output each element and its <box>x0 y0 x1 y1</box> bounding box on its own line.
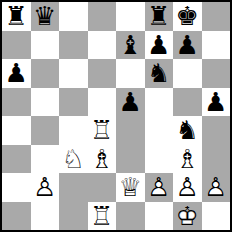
square-d5[interactable] <box>88 88 117 117</box>
square-e7[interactable]: ♝ <box>116 31 145 60</box>
black-pawn-piece: ♟ <box>145 31 174 60</box>
square-b6[interactable] <box>31 59 60 88</box>
square-e6[interactable] <box>116 59 145 88</box>
square-a6[interactable]: ♟ <box>2 59 31 88</box>
square-h8[interactable] <box>202 2 231 31</box>
square-e2[interactable]: ♛♕ <box>116 173 145 202</box>
square-e3[interactable] <box>116 145 145 174</box>
white-pawn-piece: ♟♙ <box>173 173 202 202</box>
black-pawn-piece: ♟ <box>202 88 231 117</box>
square-b7[interactable] <box>31 31 60 60</box>
square-e4[interactable] <box>116 116 145 145</box>
black-pawn-piece: ♟ <box>2 59 31 88</box>
square-b2[interactable]: ♟♙ <box>31 173 60 202</box>
black-queen-piece: ♛ <box>31 2 60 31</box>
black-pawn-piece: ♟ <box>116 88 145 117</box>
square-c4[interactable] <box>59 116 88 145</box>
square-f4[interactable] <box>145 116 174 145</box>
square-f1[interactable] <box>145 202 174 231</box>
square-g5[interactable] <box>173 88 202 117</box>
black-knight-piece: ♞ <box>173 116 202 145</box>
square-g4[interactable]: ♞ <box>173 116 202 145</box>
white-king-piece: ♚♔ <box>173 202 202 231</box>
square-f6[interactable]: ♞ <box>145 59 174 88</box>
square-b3[interactable] <box>31 145 60 174</box>
square-h7[interactable] <box>202 31 231 60</box>
white-bishop-piece: ♝♗ <box>173 145 202 174</box>
square-a2[interactable] <box>2 173 31 202</box>
square-b4[interactable] <box>31 116 60 145</box>
square-h5[interactable]: ♟ <box>202 88 231 117</box>
square-h2[interactable]: ♟♙ <box>202 173 231 202</box>
square-d4[interactable]: ♜♖ <box>88 116 117 145</box>
square-h4[interactable] <box>202 116 231 145</box>
black-rook-piece: ♜ <box>145 2 174 31</box>
square-a7[interactable] <box>2 31 31 60</box>
black-bishop-piece: ♝ <box>116 31 145 60</box>
square-f5[interactable] <box>145 88 174 117</box>
square-d7[interactable] <box>88 31 117 60</box>
square-g2[interactable]: ♟♙ <box>173 173 202 202</box>
white-rook-piece: ♜♖ <box>88 116 117 145</box>
square-b8[interactable]: ♛ <box>31 2 60 31</box>
black-rook-piece: ♜ <box>2 2 31 31</box>
square-d6[interactable] <box>88 59 117 88</box>
square-f8[interactable]: ♜ <box>145 2 174 31</box>
square-h3[interactable] <box>202 145 231 174</box>
square-c5[interactable] <box>59 88 88 117</box>
square-d8[interactable] <box>88 2 117 31</box>
square-a1[interactable] <box>2 202 31 231</box>
square-e8[interactable] <box>116 2 145 31</box>
white-pawn-piece: ♟♙ <box>31 173 60 202</box>
white-queen-piece: ♛♕ <box>116 173 145 202</box>
square-a4[interactable] <box>2 116 31 145</box>
square-a8[interactable]: ♜ <box>2 2 31 31</box>
black-king-piece: ♚ <box>173 2 202 31</box>
square-f3[interactable] <box>145 145 174 174</box>
square-f2[interactable]: ♟♙ <box>145 173 174 202</box>
square-e1[interactable] <box>116 202 145 231</box>
square-c8[interactable] <box>59 2 88 31</box>
black-knight-piece: ♞ <box>145 59 174 88</box>
square-e5[interactable]: ♟ <box>116 88 145 117</box>
square-d1[interactable]: ♜♖ <box>88 202 117 231</box>
square-c7[interactable] <box>59 31 88 60</box>
square-c3[interactable]: ♞♘ <box>59 145 88 174</box>
chessboard: ♜♛♜♚♝♟♟♟♞♟♟♜♖♞♞♘♝♗♝♗♟♙♛♕♟♙♟♙♟♙♜♖♚♔ <box>0 0 232 232</box>
square-c6[interactable] <box>59 59 88 88</box>
square-h6[interactable] <box>202 59 231 88</box>
white-bishop-piece: ♝♗ <box>88 145 117 174</box>
white-knight-piece: ♞♘ <box>59 145 88 174</box>
square-f7[interactable]: ♟ <box>145 31 174 60</box>
white-rook-piece: ♜♖ <box>88 202 117 231</box>
square-a5[interactable] <box>2 88 31 117</box>
square-c2[interactable] <box>59 173 88 202</box>
square-d3[interactable]: ♝♗ <box>88 145 117 174</box>
square-h1[interactable] <box>202 202 231 231</box>
square-b1[interactable] <box>31 202 60 231</box>
square-g8[interactable]: ♚ <box>173 2 202 31</box>
square-a3[interactable] <box>2 145 31 174</box>
square-g7[interactable]: ♟ <box>173 31 202 60</box>
white-pawn-piece: ♟♙ <box>202 173 231 202</box>
square-g6[interactable] <box>173 59 202 88</box>
black-pawn-piece: ♟ <box>173 31 202 60</box>
white-pawn-piece: ♟♙ <box>145 173 174 202</box>
square-c1[interactable] <box>59 202 88 231</box>
square-b5[interactable] <box>31 88 60 117</box>
square-g1[interactable]: ♚♔ <box>173 202 202 231</box>
square-g3[interactable]: ♝♗ <box>173 145 202 174</box>
square-d2[interactable] <box>88 173 117 202</box>
